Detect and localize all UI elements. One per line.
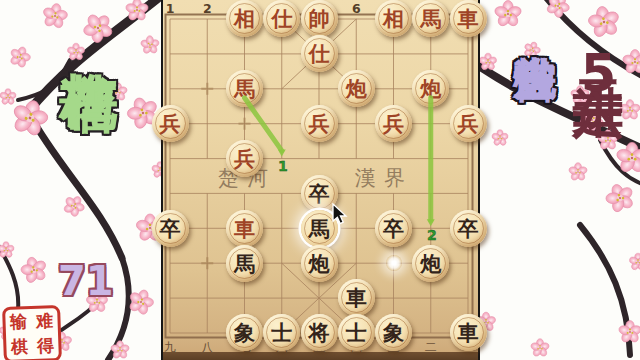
black-elephant[interactable]: 象 bbox=[226, 314, 263, 351]
piece-glyph: 馬 bbox=[420, 0, 441, 37]
seal-char: 输 bbox=[5, 309, 32, 335]
black-cannon[interactable]: 炮 bbox=[301, 245, 338, 282]
piece-glyph: 炮 bbox=[346, 70, 367, 107]
red-elephant[interactable]: 相 bbox=[375, 0, 412, 37]
black-advisor[interactable]: 士 bbox=[263, 314, 300, 351]
piece-glyph: 車 bbox=[458, 314, 479, 351]
black-cannon[interactable]: 炮 bbox=[412, 245, 449, 282]
red-soldier[interactable]: 兵 bbox=[375, 105, 412, 142]
piece-glyph: 炮 bbox=[309, 245, 330, 282]
red-soldier[interactable]: 兵 bbox=[301, 105, 338, 142]
piece-glyph: 兵 bbox=[458, 105, 479, 142]
black-soldier[interactable]: 卒 bbox=[152, 210, 189, 247]
piece-glyph: 車 bbox=[234, 210, 255, 247]
piece-glyph: 兵 bbox=[234, 140, 255, 177]
seal-char: 得 bbox=[32, 333, 59, 359]
red-chariot[interactable]: 車 bbox=[450, 0, 487, 37]
red-elephant[interactable]: 相 bbox=[226, 0, 263, 37]
piece-glyph: 士 bbox=[271, 314, 292, 351]
black-advisor[interactable]: 士 bbox=[338, 314, 375, 351]
right-title-panel: 当头炮破过宫炮 车二进六5 bbox=[478, 0, 640, 360]
seal-char: 难 bbox=[31, 308, 58, 334]
piece-glyph: 仕 bbox=[309, 35, 330, 72]
piece-glyph: 士 bbox=[346, 314, 367, 351]
piece-glyph: 兵 bbox=[309, 105, 330, 142]
video-title-move: 车二进六5 bbox=[570, 44, 626, 103]
piece-glyph: 卒 bbox=[160, 210, 181, 247]
piece-glyph: 帥 bbox=[309, 0, 330, 37]
piece-glyph: 車 bbox=[458, 0, 479, 37]
black-chariot[interactable]: 車 bbox=[338, 279, 375, 316]
red-advisor[interactable]: 仕 bbox=[263, 0, 300, 37]
piece-glyph: 兵 bbox=[160, 105, 181, 142]
piece-glyph: 象 bbox=[383, 314, 404, 351]
piece-glyph: 車 bbox=[346, 279, 367, 316]
black-elephant[interactable]: 象 bbox=[375, 314, 412, 351]
red-cannon[interactable]: 炮 bbox=[338, 70, 375, 107]
black-horse[interactable]: 馬 bbox=[226, 245, 263, 282]
piece-glyph: 相 bbox=[234, 0, 255, 37]
piece-glyph: 馬 bbox=[309, 210, 330, 247]
move-target-dot[interactable] bbox=[386, 255, 402, 271]
pieces-grid: 相仕帥相馬車仕馬炮炮兵兵兵兵兵卒卒車馬卒卒馬炮炮車象士将士象車 bbox=[151, 2, 487, 351]
episode-number: 71 bbox=[58, 258, 114, 304]
piece-glyph: 相 bbox=[383, 0, 404, 37]
red-general[interactable]: 帥 bbox=[301, 0, 338, 37]
red-seal-stamp: 输 难 棋 得 bbox=[2, 305, 62, 360]
red-soldier[interactable]: 兵 bbox=[152, 105, 189, 142]
black-soldier[interactable]: 卒 bbox=[450, 210, 487, 247]
piece-glyph: 卒 bbox=[309, 175, 330, 212]
piece-glyph: 卒 bbox=[383, 210, 404, 247]
xiangqi-board[interactable]: 楚河漢界123456789九八七六五四三二一 相仕帥相馬車仕馬炮炮兵兵兵兵兵卒卒… bbox=[163, 0, 478, 360]
red-horse[interactable]: 馬 bbox=[412, 0, 449, 37]
piece-glyph: 将 bbox=[309, 314, 330, 351]
piece-glyph: 馬 bbox=[234, 70, 255, 107]
black-soldier[interactable]: 卒 bbox=[301, 175, 338, 212]
red-soldier[interactable]: 兵 bbox=[226, 140, 263, 177]
piece-glyph: 卒 bbox=[458, 210, 479, 247]
piece-glyph: 仕 bbox=[271, 0, 292, 37]
piece-glyph: 馬 bbox=[234, 245, 255, 282]
black-horse[interactable]: 馬 bbox=[301, 210, 338, 247]
piece-glyph: 象 bbox=[234, 314, 255, 351]
seal-char: 棋 bbox=[6, 334, 33, 360]
red-chariot[interactable]: 車 bbox=[226, 210, 263, 247]
piece-glyph: 炮 bbox=[420, 70, 441, 107]
red-advisor[interactable]: 仕 bbox=[301, 35, 338, 72]
red-soldier[interactable]: 兵 bbox=[450, 105, 487, 142]
black-soldier[interactable]: 卒 bbox=[375, 210, 412, 247]
red-cannon[interactable]: 炮 bbox=[412, 70, 449, 107]
black-general[interactable]: 将 bbox=[301, 314, 338, 351]
piece-glyph: 兵 bbox=[383, 105, 404, 142]
left-title-panel: 梅花谱 71 输 难 棋 得 bbox=[0, 0, 163, 360]
black-chariot[interactable]: 車 bbox=[450, 314, 487, 351]
red-horse[interactable]: 馬 bbox=[226, 70, 263, 107]
piece-glyph: 炮 bbox=[420, 245, 441, 282]
